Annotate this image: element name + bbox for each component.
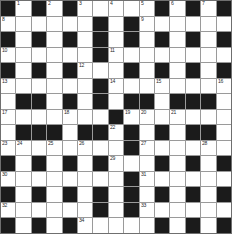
cell-r13c1	[1, 187, 15, 202]
cell-r6c8[interactable]: 14	[109, 79, 123, 94]
cell-r6c13[interactable]	[186, 79, 200, 94]
cell-r2c15[interactable]	[217, 17, 231, 32]
cell-r1c5	[63, 1, 77, 16]
cell-r6c14[interactable]	[201, 79, 215, 94]
clue-number-19: 19	[125, 110, 130, 116]
cell-r5c14[interactable]	[201, 63, 215, 78]
cell-r15c1	[1, 218, 15, 233]
cell-r10c14[interactable]: 28	[201, 141, 215, 156]
cell-r5c5	[63, 63, 77, 78]
cell-r14c14[interactable]	[201, 203, 215, 218]
cell-r7c5	[63, 94, 77, 109]
cell-r7c13	[186, 94, 200, 109]
cell-r10c2[interactable]: 24	[16, 141, 30, 156]
cell-r15c5	[63, 218, 77, 233]
cell-r3c1	[1, 32, 15, 47]
cell-r2c10[interactable]: 9	[140, 17, 154, 32]
cell-r1c3	[32, 1, 46, 16]
clue-number-12: 12	[79, 63, 84, 69]
clue-number-3: 3	[79, 1, 81, 7]
cell-r7c8[interactable]	[109, 94, 123, 109]
cell-r2c5[interactable]	[63, 17, 77, 32]
cell-r14c5[interactable]	[63, 203, 77, 218]
cell-r1c10[interactable]: 5	[140, 1, 154, 16]
cell-r2c12[interactable]	[170, 17, 184, 32]
cell-r2c2[interactable]	[16, 17, 30, 32]
cell-r3c5	[63, 32, 77, 47]
cell-r12c6[interactable]	[78, 172, 92, 187]
cell-r11c4[interactable]	[47, 156, 61, 171]
cell-r2c6[interactable]	[78, 17, 92, 32]
cell-r7c6[interactable]	[78, 94, 92, 109]
cell-r13c5	[63, 187, 77, 202]
clue-number-15: 15	[156, 79, 161, 85]
cell-r3c15	[217, 32, 231, 47]
cell-r6c1[interactable]: 13	[1, 79, 15, 94]
cell-r4c12[interactable]	[170, 48, 184, 63]
cell-r8c1[interactable]: 17	[1, 110, 15, 125]
cell-r8c10[interactable]: 20	[140, 110, 154, 125]
cell-r12c4[interactable]	[47, 172, 61, 187]
cell-r10c5[interactable]	[63, 141, 77, 156]
cell-r13c12[interactable]	[170, 187, 184, 202]
cell-r13c14[interactable]	[201, 187, 215, 202]
clue-number-21: 21	[171, 110, 176, 116]
cell-r13c13	[186, 187, 200, 202]
clue-number-23: 23	[2, 141, 7, 147]
cell-r3c2[interactable]	[16, 32, 30, 47]
cell-r14c13[interactable]	[186, 203, 200, 218]
cell-r10c3[interactable]	[32, 141, 46, 156]
cell-r5c9	[124, 63, 138, 78]
cell-r4c7	[93, 48, 107, 63]
cell-r15c15	[217, 218, 231, 233]
cell-r9c8[interactable]: 22	[109, 125, 123, 140]
cell-r1c9[interactable]	[124, 1, 138, 16]
cell-r14c7	[93, 203, 107, 218]
cell-r7c3	[32, 94, 46, 109]
cell-r5c15	[217, 63, 231, 78]
cell-r6c4[interactable]	[47, 79, 61, 94]
cell-r12c1[interactable]: 30	[1, 172, 15, 187]
cell-r10c12[interactable]	[170, 141, 184, 156]
crossword-board: 1234567891011121314151617181920212223242…	[0, 0, 232, 234]
cell-r3c4[interactable]	[47, 32, 61, 47]
cell-r3c7	[93, 32, 107, 47]
cell-r14c10[interactable]: 33	[140, 203, 154, 218]
cell-r9c1[interactable]	[1, 125, 15, 140]
clue-number-1: 1	[17, 1, 19, 7]
clue-number-34: 34	[79, 218, 84, 224]
cell-r15c14[interactable]	[201, 218, 215, 233]
cell-r11c11	[155, 156, 169, 171]
cell-r14c8[interactable]	[109, 203, 123, 218]
cell-r4c9[interactable]	[124, 48, 138, 63]
cell-r15c4[interactable]	[47, 218, 61, 233]
cell-r13c7	[93, 187, 107, 202]
cell-r2c13[interactable]	[186, 17, 200, 32]
cell-r5c11	[155, 63, 169, 78]
cell-r11c2[interactable]	[16, 156, 30, 171]
clue-number-2: 2	[48, 1, 50, 7]
cell-r10c10[interactable]: 27	[140, 141, 154, 156]
cell-r9c3	[32, 125, 46, 140]
cell-r13c15	[217, 187, 231, 202]
cell-r4c6[interactable]	[78, 48, 92, 63]
clue-number-32: 32	[2, 203, 7, 209]
cell-r10c11[interactable]	[155, 141, 169, 156]
clue-number-10: 10	[2, 48, 7, 54]
cell-r15c7[interactable]	[93, 218, 107, 233]
clue-number-8: 8	[2, 17, 4, 23]
cell-r8c9[interactable]: 19	[124, 110, 138, 125]
cell-r1c11	[155, 1, 169, 16]
cell-r14c6[interactable]	[78, 203, 92, 218]
cell-r11c14[interactable]	[201, 156, 215, 171]
cell-r14c3[interactable]	[32, 203, 46, 218]
clue-number-6: 6	[171, 1, 173, 7]
cell-r13c10[interactable]	[140, 187, 154, 202]
clue-number-24: 24	[17, 141, 22, 147]
cell-r7c2	[16, 94, 30, 109]
cell-r4c1[interactable]: 10	[1, 48, 15, 63]
clue-number-4: 4	[110, 1, 112, 7]
cell-r15c13	[186, 218, 200, 233]
cell-r6c15[interactable]: 16	[217, 79, 231, 94]
cell-r9c2	[16, 125, 30, 140]
cell-r1c8[interactable]: 4	[109, 1, 123, 16]
cell-r1c7[interactable]	[93, 1, 107, 16]
cell-r1c6[interactable]: 3	[78, 1, 92, 16]
cell-r3c3	[32, 32, 46, 47]
cell-r10c8[interactable]	[109, 141, 123, 156]
clue-number-22: 22	[110, 125, 115, 131]
cell-r9c4	[47, 125, 61, 140]
cell-r11c6[interactable]	[78, 156, 92, 171]
cell-r8c2[interactable]	[16, 110, 30, 125]
cell-r12c9	[124, 172, 138, 187]
cell-r8c6[interactable]	[78, 110, 92, 125]
cell-r6c6[interactable]	[78, 79, 92, 94]
clue-number-18: 18	[64, 110, 69, 116]
clue-number-17: 17	[2, 110, 7, 116]
cell-r1c15	[217, 1, 231, 16]
cell-r14c11[interactable]	[155, 203, 169, 218]
cell-r15c6[interactable]: 34	[78, 218, 92, 233]
cell-r3c11	[155, 32, 169, 47]
cell-r12c8[interactable]	[109, 172, 123, 187]
cell-r9c13	[186, 125, 200, 140]
cell-r5c2[interactable]	[16, 63, 30, 78]
cell-r9c14	[201, 125, 215, 140]
cell-r1c4[interactable]: 2	[47, 1, 61, 16]
cell-r7c12	[170, 94, 184, 109]
cell-r8c4[interactable]	[47, 110, 61, 125]
cell-r4c2[interactable]	[16, 48, 30, 63]
cell-r3c8[interactable]	[109, 32, 123, 47]
cell-r15c8[interactable]	[109, 218, 123, 233]
cell-r11c1	[1, 156, 15, 171]
cell-r2c11[interactable]	[155, 17, 169, 32]
cell-r8c7[interactable]	[93, 110, 107, 125]
cell-r12c3[interactable]	[32, 172, 46, 187]
clue-number-31: 31	[141, 172, 146, 178]
cell-r12c2[interactable]	[16, 172, 30, 187]
cell-r5c10[interactable]	[140, 63, 154, 78]
cell-r4c15[interactable]	[217, 48, 231, 63]
cell-r7c4[interactable]	[47, 94, 61, 109]
cell-r6c9[interactable]	[124, 79, 138, 94]
cell-r13c11	[155, 187, 169, 202]
clue-number-14: 14	[110, 79, 115, 85]
clue-number-9: 9	[141, 17, 143, 23]
cell-r11c13	[186, 156, 200, 171]
clue-number-11: 11	[110, 48, 114, 54]
cell-r8c8	[109, 110, 123, 125]
cell-r8c13[interactable]	[186, 110, 200, 125]
cell-r3c9	[124, 32, 138, 47]
cell-r15c3	[32, 218, 46, 233]
cell-r13c4[interactable]	[47, 187, 61, 202]
cell-r14c12[interactable]	[170, 203, 184, 218]
cell-r5c4[interactable]	[47, 63, 61, 78]
cell-r15c10[interactable]	[140, 218, 154, 233]
cell-r4c13[interactable]	[186, 48, 200, 63]
cell-r9c11	[155, 125, 169, 140]
clue-number-7: 7	[202, 1, 204, 7]
cell-r6c5[interactable]	[63, 79, 77, 94]
cell-r5c3	[32, 63, 46, 78]
cell-r6c12[interactable]	[170, 79, 184, 94]
clue-number-13: 13	[2, 79, 7, 85]
cell-r8c14[interactable]	[201, 110, 215, 125]
clue-number-16: 16	[218, 79, 223, 85]
cell-r9c10[interactable]	[140, 125, 154, 140]
cell-r10c6[interactable]: 26	[78, 141, 92, 156]
cell-r9c6	[78, 125, 92, 140]
cell-r11c12[interactable]	[170, 156, 184, 171]
cell-r3c6[interactable]	[78, 32, 92, 47]
cell-r12c5[interactable]	[63, 172, 77, 187]
cell-r7c14	[201, 94, 215, 109]
cell-r11c5	[63, 156, 77, 171]
cell-r1c12[interactable]: 6	[170, 1, 184, 16]
cell-r1c1	[1, 1, 15, 16]
cell-r12c14[interactable]	[201, 172, 215, 187]
cell-r4c8[interactable]: 11	[109, 48, 123, 63]
cell-r4c4[interactable]	[47, 48, 61, 63]
cell-r1c13	[186, 1, 200, 16]
cell-r14c1[interactable]: 32	[1, 203, 15, 218]
clue-number-26: 26	[79, 141, 84, 147]
cell-r14c9	[124, 203, 138, 218]
cell-r1c2[interactable]: 1	[16, 1, 30, 16]
cell-r7c15[interactable]	[217, 94, 231, 109]
cell-r6c10[interactable]	[140, 79, 154, 94]
cell-r3c13	[186, 32, 200, 47]
cell-r9c9	[124, 125, 138, 140]
cell-r9c5[interactable]	[63, 125, 77, 140]
cell-r8c11[interactable]	[155, 110, 169, 125]
cell-r5c13	[186, 63, 200, 78]
cell-r11c3	[32, 156, 46, 171]
cell-r5c7[interactable]	[93, 63, 107, 78]
cell-r10c1[interactable]: 23	[1, 141, 15, 156]
cell-r4c10[interactable]	[140, 48, 154, 63]
cell-r8c15[interactable]	[217, 110, 231, 125]
cell-r4c5[interactable]	[63, 48, 77, 63]
cell-r7c11[interactable]	[155, 94, 169, 109]
cell-r4c11[interactable]	[155, 48, 169, 63]
clue-number-33: 33	[141, 203, 146, 209]
cell-r3c14[interactable]	[201, 32, 215, 47]
cell-r14c15[interactable]	[217, 203, 231, 218]
cell-r6c3[interactable]	[32, 79, 46, 94]
cell-r15c11	[155, 218, 169, 233]
clue-number-28: 28	[202, 141, 207, 147]
cell-r12c7[interactable]	[93, 172, 107, 187]
cell-r12c13[interactable]	[186, 172, 200, 187]
cell-r10c4[interactable]: 25	[47, 141, 61, 156]
cell-r13c8[interactable]	[109, 187, 123, 202]
cell-r5c12[interactable]	[170, 63, 184, 78]
cell-r12c10[interactable]: 31	[140, 172, 154, 187]
clue-number-27: 27	[141, 141, 146, 147]
cell-r6c2[interactable]	[16, 79, 30, 94]
cell-r2c9	[124, 17, 138, 32]
cell-r15c12[interactable]	[170, 218, 184, 233]
cell-r13c3	[32, 187, 46, 202]
cell-r5c6[interactable]: 12	[78, 63, 92, 78]
clue-number-29: 29	[110, 156, 115, 162]
clue-number-30: 30	[2, 172, 7, 178]
cell-r15c2[interactable]	[16, 218, 30, 233]
cell-r10c7[interactable]	[93, 141, 107, 156]
cell-r4c3[interactable]	[32, 48, 46, 63]
cell-r3c12[interactable]	[170, 32, 184, 47]
cell-r7c7	[93, 94, 107, 109]
cell-r11c8[interactable]: 29	[109, 156, 123, 171]
cell-r7c10	[140, 94, 154, 109]
cell-r2c3[interactable]	[32, 17, 46, 32]
cell-r15c9[interactable]	[124, 218, 138, 233]
cell-r9c15[interactable]	[217, 125, 231, 140]
clue-number-20: 20	[141, 110, 146, 116]
cell-r2c1[interactable]: 8	[1, 17, 15, 32]
cell-r12c15[interactable]	[217, 172, 231, 187]
cell-r10c9	[124, 141, 138, 156]
cell-r12c11[interactable]	[155, 172, 169, 187]
cell-r11c9[interactable]	[124, 156, 138, 171]
cell-r5c8[interactable]	[109, 63, 123, 78]
cell-r9c12[interactable]	[170, 125, 184, 140]
cell-r7c9	[124, 94, 138, 109]
cell-r8c12[interactable]: 21	[170, 110, 184, 125]
cell-r2c4[interactable]	[47, 17, 61, 32]
crossword-page: 1234567891011121314151617181920212223242…	[0, 0, 232, 234]
cell-r6c11[interactable]: 15	[155, 79, 169, 94]
cell-r10c15[interactable]	[217, 141, 231, 156]
cell-r2c8[interactable]	[109, 17, 123, 32]
cell-r11c15	[217, 156, 231, 171]
cell-r14c4[interactable]	[47, 203, 61, 218]
cell-r7c1[interactable]	[1, 94, 15, 109]
cell-r14c2[interactable]	[16, 203, 30, 218]
clue-number-5: 5	[141, 1, 143, 7]
cell-r10c13[interactable]	[186, 141, 200, 156]
cell-r13c9	[124, 187, 138, 202]
cell-r11c7	[93, 156, 107, 171]
cell-r2c14[interactable]	[201, 17, 215, 32]
cell-r4c14[interactable]	[201, 48, 215, 63]
cell-r13c6[interactable]	[78, 187, 92, 202]
cell-r13c2[interactable]	[16, 187, 30, 202]
cell-r3c10[interactable]	[140, 32, 154, 47]
cell-r2c7	[93, 17, 107, 32]
cell-r12c12[interactable]	[170, 172, 184, 187]
cell-r8c3[interactable]	[32, 110, 46, 125]
cell-r5c1	[1, 63, 15, 78]
cell-r9c7	[93, 125, 107, 140]
cell-r8c5[interactable]: 18	[63, 110, 77, 125]
cell-r11c10[interactable]	[140, 156, 154, 171]
clue-number-25: 25	[48, 141, 53, 147]
cell-r1c14[interactable]: 7	[201, 1, 215, 16]
cell-r6c7	[93, 79, 107, 94]
